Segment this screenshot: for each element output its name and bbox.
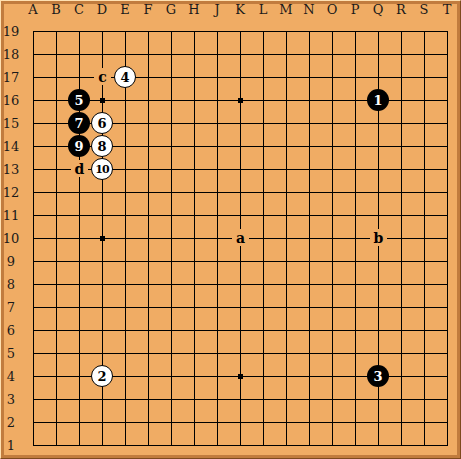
star-point bbox=[238, 374, 243, 379]
coord-label-left: 2 bbox=[1, 414, 21, 430]
coord-label-top: S bbox=[414, 1, 434, 17]
coord-label-top: E bbox=[115, 1, 135, 17]
grid-line-horizontal bbox=[33, 261, 448, 262]
coord-label-top: R bbox=[391, 1, 411, 17]
go-board: ABCDEFGHJKLMNOPQRST191817161514131211109… bbox=[0, 0, 461, 459]
coord-label-left: 4 bbox=[1, 368, 21, 384]
coord-label-left: 12 bbox=[1, 184, 21, 200]
coord-label-top: T bbox=[437, 1, 457, 17]
coord-label-top: G bbox=[161, 1, 181, 17]
grid-line-horizontal bbox=[33, 284, 448, 285]
coord-label-top: D bbox=[92, 1, 112, 17]
point-label-b: b bbox=[370, 229, 387, 246]
white-stone-8: 8 bbox=[91, 135, 113, 157]
coord-label-left: 7 bbox=[1, 299, 21, 315]
coord-label-left: 14 bbox=[1, 138, 21, 154]
coord-label-left: 15 bbox=[1, 115, 21, 131]
coord-label-top: L bbox=[253, 1, 273, 17]
coord-label-top: P bbox=[345, 1, 365, 17]
grid-line-vertical bbox=[332, 31, 333, 446]
coord-label-top: N bbox=[299, 1, 319, 17]
grid-line-vertical bbox=[447, 31, 448, 446]
coord-label-left: 13 bbox=[1, 161, 21, 177]
coord-label-top: K bbox=[230, 1, 250, 17]
coord-label-top: M bbox=[276, 1, 296, 17]
black-stone-1: 1 bbox=[367, 89, 389, 111]
grid-line-vertical bbox=[263, 31, 264, 446]
white-stone-2: 2 bbox=[91, 365, 113, 387]
grid-line-horizontal bbox=[33, 330, 448, 331]
coord-label-top: F bbox=[138, 1, 158, 17]
coord-label-left: 1 bbox=[1, 437, 21, 453]
coord-label-left: 6 bbox=[1, 322, 21, 338]
coord-label-left: 3 bbox=[1, 391, 21, 407]
point-label-c: c bbox=[94, 68, 111, 85]
coord-label-left: 11 bbox=[1, 207, 21, 223]
grid-line-horizontal bbox=[33, 353, 448, 354]
coord-label-left: 8 bbox=[1, 276, 21, 292]
white-stone-6: 6 bbox=[91, 112, 113, 134]
black-stone-9: 9 bbox=[68, 135, 90, 157]
grid-line-vertical bbox=[309, 31, 310, 446]
coord-label-top: Q bbox=[368, 1, 388, 17]
star-point bbox=[100, 98, 105, 103]
go-diagram: ABCDEFGHJKLMNOPQRST191817161514131211109… bbox=[0, 0, 461, 459]
grid-line-horizontal bbox=[33, 445, 448, 446]
grid-line-vertical bbox=[355, 31, 356, 446]
coord-label-left: 9 bbox=[1, 253, 21, 269]
point-label-a: a bbox=[232, 229, 249, 246]
black-stone-5: 5 bbox=[68, 89, 90, 111]
coord-label-left: 5 bbox=[1, 345, 21, 361]
coord-label-top: A bbox=[23, 1, 43, 17]
coord-label-top: B bbox=[46, 1, 66, 17]
grid-line-horizontal bbox=[33, 307, 448, 308]
white-stone-4: 4 bbox=[114, 66, 136, 88]
coord-label-left: 19 bbox=[1, 23, 21, 39]
coord-label-left: 18 bbox=[1, 46, 21, 62]
coord-label-top: C bbox=[69, 1, 89, 17]
grid-line-vertical bbox=[286, 31, 287, 446]
coord-label-left: 16 bbox=[1, 92, 21, 108]
grid-line-horizontal bbox=[33, 399, 448, 400]
coord-label-left: 17 bbox=[1, 69, 21, 85]
black-stone-3: 3 bbox=[367, 365, 389, 387]
black-stone-7: 7 bbox=[68, 112, 90, 134]
coord-label-top: O bbox=[322, 1, 342, 17]
star-point bbox=[238, 98, 243, 103]
point-label-d: d bbox=[71, 160, 88, 177]
coord-label-top: J bbox=[207, 1, 227, 17]
grid-line-vertical bbox=[424, 31, 425, 446]
white-stone-10: 10 bbox=[91, 158, 113, 180]
grid-line-vertical bbox=[401, 31, 402, 446]
coord-label-left: 10 bbox=[1, 230, 21, 246]
coord-label-top: H bbox=[184, 1, 204, 17]
grid-line-horizontal bbox=[33, 422, 448, 423]
star-point bbox=[100, 236, 105, 241]
